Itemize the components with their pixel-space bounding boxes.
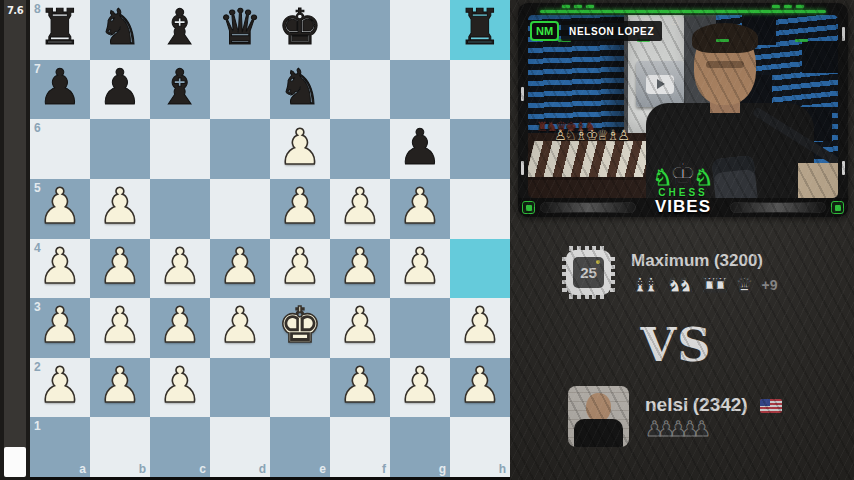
square-a6[interactable]: 6 <box>30 119 90 179</box>
file-label: f <box>382 462 386 476</box>
piece-black-p[interactable]: ♟ <box>38 63 82 112</box>
us-flag-icon <box>760 399 782 413</box>
square-b6[interactable] <box>90 119 150 179</box>
square-f7[interactable] <box>330 60 390 120</box>
square-e8[interactable]: ♚ <box>270 0 330 60</box>
piece-white-p[interactable]: ♟ <box>278 182 322 231</box>
square-h5[interactable] <box>450 179 510 239</box>
eval-bar-white <box>4 447 26 477</box>
frame-accent-line <box>540 10 826 13</box>
piece-white-p[interactable]: ♟ <box>218 301 262 350</box>
square-g6[interactable]: ♟ <box>390 119 450 179</box>
rank-label: 6 <box>34 121 41 135</box>
square-h6[interactable] <box>450 119 510 179</box>
captured-pieces-top: ♝♝♞♞♜♜♛+9 <box>631 275 777 295</box>
player-rating-bottom: (2342) <box>693 394 748 415</box>
piece-black-r[interactable]: ♜ <box>38 3 82 52</box>
square-h3[interactable]: ♟ <box>450 298 510 358</box>
piece-white-p[interactable]: ♟ <box>98 361 142 410</box>
square-d5[interactable] <box>210 179 270 239</box>
piece-white-p[interactable]: ♟ <box>98 242 142 291</box>
file-label: d <box>259 462 266 476</box>
piece-white-p[interactable]: ♟ <box>158 301 202 350</box>
material-advantage: +9 <box>762 277 778 293</box>
piece-white-p[interactable]: ♟ <box>338 361 382 410</box>
square-b3[interactable]: ♟ <box>90 298 150 358</box>
piece-white-p[interactable]: ♟ <box>458 361 502 410</box>
piece-white-p[interactable]: ♟ <box>98 182 142 231</box>
vs-label: VS <box>510 318 842 372</box>
square-c5[interactable] <box>150 179 210 239</box>
square-e5[interactable]: ♟ <box>270 179 330 239</box>
piece-white-p[interactable]: ♟ <box>158 242 202 291</box>
square-b1[interactable]: b <box>90 417 150 477</box>
captured-piece-group: ♛ <box>736 275 760 295</box>
square-a3[interactable]: 3♟ <box>30 298 90 358</box>
square-d6[interactable] <box>210 119 270 179</box>
piece-white-p[interactable]: ♟ <box>98 301 142 350</box>
square-a1[interactable]: 1a <box>30 417 90 477</box>
bottom-bar-left <box>540 202 636 213</box>
square-d1[interactable]: d <box>210 417 270 477</box>
square-e1[interactable]: e <box>270 417 330 477</box>
square-d3[interactable]: ♟ <box>210 298 270 358</box>
player-name-bottom: nelsi <box>645 394 688 415</box>
piece-white-p[interactable]: ♟ <box>38 182 82 231</box>
file-label: a <box>79 462 86 476</box>
player-name-top: Maximum <box>631 251 709 270</box>
square-e6[interactable]: ♟ <box>270 119 330 179</box>
square-a5[interactable]: 5♟ <box>30 179 90 239</box>
piece-white-p[interactable]: ♟ <box>38 301 82 350</box>
square-f2[interactable]: ♟ <box>330 358 390 418</box>
streamer-name: NELSON LOPEZ <box>561 21 662 41</box>
square-c1[interactable]: c <box>150 417 210 477</box>
square-c4[interactable]: ♟ <box>150 239 210 299</box>
file-label: c <box>199 462 206 476</box>
square-b4[interactable]: ♟ <box>90 239 150 299</box>
eval-bar-black <box>4 0 26 477</box>
square-f6[interactable] <box>330 119 390 179</box>
square-b8[interactable]: ♞ <box>90 0 150 60</box>
captured-pawns-bottom: ♟♟♟♟♟ <box>645 419 782 440</box>
captured-pawn-group: ♟♟♟♟♟ <box>645 417 704 441</box>
stream-icon-left <box>522 201 535 214</box>
square-c8[interactable]: ♝ <box>150 0 210 60</box>
youtube-plaque <box>636 61 684 107</box>
title-badge: NM NELSON LOPEZ <box>530 21 662 41</box>
square-b2[interactable]: ♟ <box>90 358 150 418</box>
square-g2[interactable]: ♟ <box>390 358 450 418</box>
square-f1[interactable]: f <box>330 417 390 477</box>
piece-black-n[interactable]: ♞ <box>278 63 322 112</box>
piece-white-p[interactable]: ♟ <box>38 361 82 410</box>
square-e3[interactable]: ♚ <box>270 298 330 358</box>
player-card-bottom: nelsi (2342) ♟♟♟♟♟ <box>568 386 782 447</box>
square-h7[interactable] <box>450 60 510 120</box>
square-f8[interactable] <box>330 0 390 60</box>
square-g5[interactable]: ♟ <box>390 179 450 239</box>
square-e2[interactable] <box>270 358 330 418</box>
square-c6[interactable] <box>150 119 210 179</box>
player-rating-top: (3200) <box>714 251 763 270</box>
square-f5[interactable]: ♟ <box>330 179 390 239</box>
bot-avatar-chip-icon: 25 <box>560 244 617 301</box>
square-g8[interactable] <box>390 0 450 60</box>
rank-label: 1 <box>34 419 41 433</box>
stream-icon-right <box>831 201 844 214</box>
piece-black-p[interactable]: ♟ <box>98 63 142 112</box>
piece-white-p[interactable]: ♟ <box>398 361 442 410</box>
right-panel: ♗ ♙ ♜♞♛♚♝♞ ♙♘♗♔♕♗♙ <box>510 0 854 480</box>
piece-black-n[interactable]: ♞ <box>98 3 142 52</box>
square-f4[interactable]: ♟ <box>330 239 390 299</box>
square-a7[interactable]: 7♟ <box>30 60 90 120</box>
logo-knight-icon: ♞ <box>693 167 713 189</box>
chessvibes-logo: ♞ ♔ ♞ CHESS VIBES <box>623 159 743 217</box>
square-g1[interactable]: g <box>390 417 450 477</box>
piece-black-k[interactable]: ♚ <box>278 3 322 52</box>
captured-piece-group: ♞♞ <box>666 275 701 295</box>
logo-king-icon: ♔ <box>670 159 697 189</box>
piece-white-p[interactable]: ♟ <box>398 182 442 231</box>
square-d4[interactable]: ♟ <box>210 239 270 299</box>
square-d7[interactable] <box>210 60 270 120</box>
nm-title: NM <box>530 21 559 41</box>
piece-white-k[interactable]: ♚ <box>278 301 322 350</box>
piece-black-r[interactable]: ♜ <box>458 3 502 52</box>
square-g3[interactable] <box>390 298 450 358</box>
piece-black-b[interactable]: ♝ <box>158 3 202 52</box>
piece-white-p[interactable]: ♟ <box>38 242 82 291</box>
avatar-photo <box>568 386 629 447</box>
logo-text-vibes: VIBES <box>623 197 743 217</box>
eval-score: 7.6 <box>0 5 30 16</box>
square-e4[interactable]: ♟ <box>270 239 330 299</box>
bottom-bar-right <box>730 202 826 213</box>
file-label: g <box>439 462 446 476</box>
piece-white-p[interactable]: ♟ <box>158 361 202 410</box>
square-g7[interactable] <box>390 60 450 120</box>
square-d2[interactable] <box>210 358 270 418</box>
piece-white-p[interactable]: ♟ <box>218 242 262 291</box>
square-a4[interactable]: 4♟ <box>30 239 90 299</box>
captured-piece-group: ♝♝ <box>631 275 666 295</box>
square-h2[interactable]: ♟ <box>450 358 510 418</box>
piece-white-p[interactable]: ♟ <box>458 301 502 350</box>
square-h8[interactable]: ♜ <box>450 0 510 60</box>
piece-white-p[interactable]: ♟ <box>338 182 382 231</box>
piece-black-q[interactable]: ♛ <box>218 3 262 52</box>
square-f3[interactable]: ♟ <box>330 298 390 358</box>
piece-white-p[interactable]: ♟ <box>338 242 382 291</box>
square-c3[interactable]: ♟ <box>150 298 210 358</box>
webcam-frame: ♗ ♙ ♜♞♛♚♝♞ ♙♘♗♔♕♗♙ <box>518 3 848 217</box>
square-e7[interactable]: ♞ <box>270 60 330 120</box>
play-icon <box>646 75 674 94</box>
square-g4[interactable]: ♟ <box>390 239 450 299</box>
square-d8[interactable]: ♛ <box>210 0 270 60</box>
file-label: e <box>319 462 326 476</box>
piece-white-p[interactable]: ♟ <box>278 123 322 172</box>
eval-bar: 7.6 <box>0 0 30 480</box>
square-h1[interactable]: h <box>450 417 510 477</box>
square-b7[interactable]: ♟ <box>90 60 150 120</box>
piece-white-p[interactable]: ♟ <box>278 242 322 291</box>
stream-screen: 7.6 8♜♞♝♛♚♜7♟♟♝♞6♟♟5♟♟♟♟♟4♟♟♟♟♟♟♟3♟♟♟♟♚♟… <box>0 0 854 480</box>
square-a8[interactable]: 8♜ <box>30 0 90 60</box>
file-label: h <box>499 462 506 476</box>
player-card-top: 25 Maximum (3200) ♝♝♞♞♜♜♛+9 <box>560 244 777 301</box>
piece-white-p[interactable]: ♟ <box>398 242 442 291</box>
piece-white-p[interactable]: ♟ <box>338 301 382 350</box>
chess-board[interactable]: 8♜♞♝♛♚♜7♟♟♝♞6♟♟5♟♟♟♟♟4♟♟♟♟♟♟♟3♟♟♟♟♚♟♟2♟♟… <box>30 0 510 477</box>
square-c2[interactable]: ♟ <box>150 358 210 418</box>
captured-piece-group: ♜♜ <box>701 275 736 295</box>
square-a2[interactable]: 2♟ <box>30 358 90 418</box>
square-c7[interactable]: ♝ <box>150 60 210 120</box>
square-h4[interactable] <box>450 239 510 299</box>
file-label: b <box>139 462 146 476</box>
piece-black-p[interactable]: ♟ <box>398 123 442 172</box>
piece-black-b[interactable]: ♝ <box>158 63 202 112</box>
square-b5[interactable]: ♟ <box>90 179 150 239</box>
